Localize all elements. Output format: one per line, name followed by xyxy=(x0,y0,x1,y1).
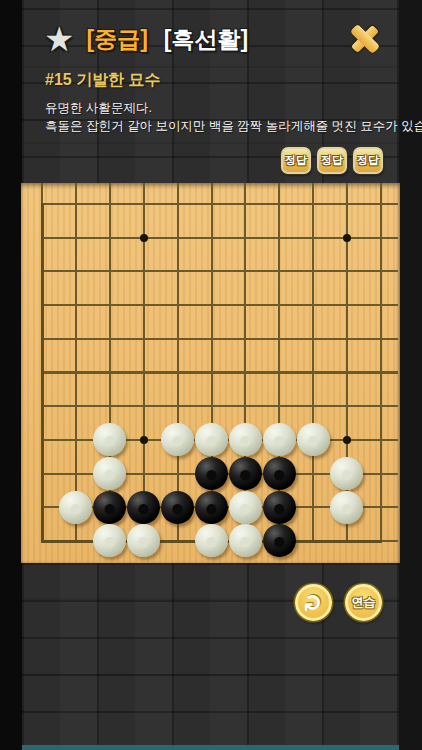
problem-description: 유명한 사활문제다. 흑돌은 잡힌거 같아 보이지만 백을 깜짝 놀라게해줄 멋… xyxy=(45,99,422,135)
answer-button-1[interactable]: 정답 xyxy=(281,147,311,174)
board-intersection-G2: ● xyxy=(228,490,262,524)
board-intersection-B2: ● xyxy=(59,490,93,524)
star-point xyxy=(330,423,364,457)
answer-button-row: 정답 정답 정답 xyxy=(281,147,383,174)
board-intersection-H2: ● xyxy=(262,490,296,524)
white-stone[interactable]: ● xyxy=(93,423,126,456)
board-intersection-E4: ● xyxy=(161,423,195,457)
white-stone[interactable]: ● xyxy=(93,524,126,557)
star-point xyxy=(127,221,161,255)
mode-label: [흑선활] xyxy=(164,24,248,55)
black-stone[interactable]: ● xyxy=(263,524,296,557)
black-stone[interactable]: ● xyxy=(263,491,296,524)
reset-arrow-icon: ↻ xyxy=(302,593,325,612)
board-intersection-K3: ● xyxy=(330,457,364,491)
white-stone[interactable]: ● xyxy=(229,423,262,456)
level-label: [중급] xyxy=(86,24,147,55)
board-intersection-F1: ● xyxy=(194,524,228,558)
star-point xyxy=(127,423,161,457)
left-letterbox-band xyxy=(0,0,22,750)
board-intersection-H3: ● xyxy=(262,457,296,491)
black-stone[interactable]: ● xyxy=(195,491,228,524)
stone-grid: ●●●●●●●●●●●●●●●●●●●●●●●● xyxy=(25,187,398,558)
star-icon[interactable]: ★ xyxy=(44,22,74,56)
white-stone[interactable]: ● xyxy=(229,524,262,557)
star-point xyxy=(330,221,364,255)
practice-button-label: 연습 xyxy=(352,594,376,611)
close-x-svg xyxy=(347,21,383,57)
board-intersection-E2: ● xyxy=(161,490,195,524)
board-intersection-F2: ● xyxy=(194,490,228,524)
answer-button-2[interactable]: 정답 xyxy=(317,147,347,174)
problem-title: #15 기발한 묘수 xyxy=(45,70,161,91)
bottom-controls: ↻ 연습 xyxy=(295,584,382,621)
white-stone[interactable]: ● xyxy=(330,457,363,490)
practice-button[interactable]: 연습 xyxy=(345,584,382,621)
white-stone[interactable]: ● xyxy=(297,423,330,456)
bottom-teal-bar xyxy=(22,745,399,750)
white-stone[interactable]: ● xyxy=(161,423,194,456)
black-stone[interactable]: ● xyxy=(263,457,296,490)
close-icon[interactable] xyxy=(347,21,383,57)
board-intersection-D1: ● xyxy=(127,524,161,558)
header-bar: ★ [중급] [흑선활] xyxy=(22,14,399,64)
black-stone[interactable]: ● xyxy=(93,491,126,524)
white-stone[interactable]: ● xyxy=(195,524,228,557)
black-stone[interactable]: ● xyxy=(195,457,228,490)
board-intersection-G4: ● xyxy=(228,423,262,457)
answer-button-3[interactable]: 정답 xyxy=(353,147,383,174)
board-intersection-C4: ● xyxy=(93,423,127,457)
white-stone[interactable]: ● xyxy=(59,491,92,524)
description-line-2: 흑돌은 잡힌거 같아 보이지만 백을 깜짝 놀라게해줄 멋진 묘수가 있습니다. xyxy=(45,117,422,135)
go-board[interactable]: ●●●●●●●●●●●●●●●●●●●●●●●● xyxy=(21,183,400,563)
white-stone[interactable]: ● xyxy=(229,491,262,524)
white-stone[interactable]: ● xyxy=(330,491,363,524)
board-intersection-K2: ● xyxy=(330,490,364,524)
black-stone[interactable]: ● xyxy=(127,491,160,524)
board-intersection-H1: ● xyxy=(262,524,296,558)
board-intersection-G3: ● xyxy=(228,457,262,491)
board-intersection-F3: ● xyxy=(194,457,228,491)
reset-button[interactable]: ↻ xyxy=(295,584,332,621)
black-stone[interactable]: ● xyxy=(161,491,194,524)
white-stone[interactable]: ● xyxy=(263,423,296,456)
description-line-1: 유명한 사활문제다. xyxy=(45,99,422,117)
white-stone[interactable]: ● xyxy=(127,524,160,557)
board-intersection-D2: ● xyxy=(127,490,161,524)
board-intersection-C1: ● xyxy=(93,524,127,558)
board-intersection-H4: ● xyxy=(262,423,296,457)
board-intersection-C2: ● xyxy=(93,490,127,524)
app-screen: ★ [중급] [흑선활] xyxy=(0,0,422,750)
app-content: ★ [중급] [흑선활] xyxy=(22,0,399,750)
board-intersection-J4: ● xyxy=(296,423,330,457)
black-stone[interactable]: ● xyxy=(229,457,262,490)
board-intersection-C3: ● xyxy=(93,457,127,491)
white-stone[interactable]: ● xyxy=(195,423,228,456)
white-stone[interactable]: ● xyxy=(93,457,126,490)
board-intersection-F4: ● xyxy=(194,423,228,457)
board-intersection-G1: ● xyxy=(228,524,262,558)
